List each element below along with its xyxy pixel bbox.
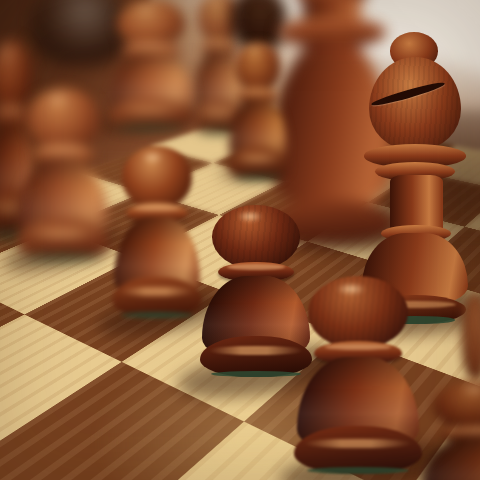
pieces-layer: ♞ ♟ ♟ ♟ ♟ ♚ ♛ ♟	[0, 0, 480, 480]
pawn-body	[422, 437, 480, 480]
pawn-ball	[308, 276, 408, 349]
felt-pad	[117, 125, 186, 130]
front-right-pawn[interactable]: ♟	[294, 276, 422, 474]
chess-photo-scene: ♞ ♟ ♟ ♟ ♟ ♚ ♛ ♟	[0, 0, 480, 480]
pawn-ball	[26, 88, 99, 152]
felt-pad	[211, 371, 301, 377]
pawn-ball	[235, 42, 282, 93]
pawn-ball	[212, 205, 299, 269]
felt-pad	[307, 467, 409, 474]
blurred-piece-right-edge[interactable]: ♟	[462, 294, 480, 380]
blurred-pawn[interactable]: ♟	[228, 42, 288, 180]
blurred-pawn[interactable]: ♟	[16, 88, 110, 260]
pawn-ball	[433, 380, 480, 432]
felt-pad	[25, 254, 100, 260]
blurred-corner-pawn[interactable]: ♟	[420, 380, 480, 480]
soft-focus-pawn[interactable]: ♟	[112, 146, 202, 318]
piece-silhouette	[462, 294, 480, 380]
felt-pad	[121, 312, 193, 318]
pawn-ball	[117, 0, 184, 48]
pawn-ball	[122, 146, 192, 210]
blurred-pawn[interactable]: ♟	[108, 0, 194, 130]
felt-pad	[234, 175, 282, 180]
